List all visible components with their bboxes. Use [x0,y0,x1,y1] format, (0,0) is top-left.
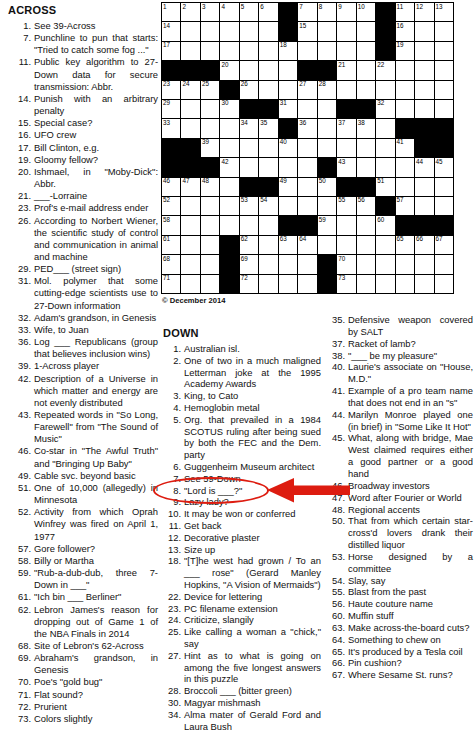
cell-r5c2[interactable]: 24 [181,81,199,99]
cell-r2c2[interactable] [181,22,199,40]
cell-r5c3[interactable]: 25 [201,81,219,99]
cell-r1c9[interactable]: 8 [318,3,336,21]
cell-r4c14[interactable] [415,61,433,79]
cell-number: 6 [260,3,264,10]
cell-r1c8[interactable]: 7 [298,3,316,21]
cell-r14c8[interactable] [298,255,316,273]
clue-number: 50. [326,515,348,527]
cell-r4c4[interactable]: 20 [220,61,238,79]
cell-number: 8 [319,3,323,10]
cell-r13c10[interactable] [337,236,355,254]
cell-number: 56 [358,196,365,203]
black-cell-r6c10 [337,100,355,118]
cell-r3c4[interactable] [220,42,238,60]
cell-r10c8[interactable] [298,178,316,196]
cell-r10c1[interactable]: 46 [162,178,180,196]
cell-r12c3[interactable] [201,216,219,234]
cell-r11c6[interactable]: 54 [259,197,277,215]
cell-r12c4[interactable] [220,216,238,234]
cell-r14c14[interactable] [415,255,433,273]
cell-r3c15[interactable] [435,42,453,60]
cell-r13c12[interactable] [376,236,394,254]
clue-text: Laurie's associate on "House, M.D." [348,361,473,385]
cell-r2c11[interactable] [357,22,375,40]
cell-r13c15[interactable]: 67 [435,236,453,254]
cell-r12c5[interactable] [240,216,258,234]
cell-r4c7[interactable] [279,61,297,79]
clue-number: 23. [157,603,184,615]
cell-r1c3[interactable]: 3 [201,3,219,21]
down-clue-65: 65.It's produced by a Tesla coil [326,646,473,658]
clue-number: 34. [157,709,184,721]
clue-text: Site of Lebron's 62-Across [34,640,158,652]
cell-number: 19 [397,41,404,48]
clue-text: Slay, say [348,575,473,587]
cell-number: 68 [163,255,170,262]
cell-r15c7[interactable] [279,275,297,293]
cell-r2c10[interactable] [337,22,355,40]
clue-text: PED___ (street sign) [34,263,158,275]
cell-r14c6[interactable] [259,255,277,273]
cell-r5c1[interactable]: 23 [162,81,180,99]
cell-r10c2[interactable]: 47 [181,178,199,196]
down-clue-12: 12.Decorative plaster [157,532,321,544]
clue-text: Marilyn Monroe played one (in brief) in … [348,409,473,433]
clue-number: 44. [326,409,348,421]
cell-r5c7[interactable] [279,81,297,99]
black-cell-r12c15 [435,216,453,234]
clue-number: 28. [157,685,184,697]
cell-r11c3[interactable] [201,197,219,215]
cell-r15c5[interactable]: 72 [240,275,258,293]
across-clue-42: 42.Description of a Universe in which ma… [4,373,158,409]
cell-r11c9[interactable] [318,197,336,215]
cell-r6c1[interactable]: 29 [162,100,180,118]
cell-number: 65 [397,235,404,242]
clue-text: One of 10,000 (allegedly) in Minnesota [34,482,158,506]
cell-r9c8[interactable] [298,158,316,176]
clue-number: 23. [4,202,34,214]
down-clue-5: 5.Org. that prevailed in a 1984 SCOTUS r… [157,414,321,461]
cell-r13c7[interactable]: 63 [279,236,297,254]
black-cell-r10c11 [357,178,375,196]
cell-r14c10[interactable]: 70 [337,255,355,273]
clue-text: Australian isl. [184,343,321,355]
cell-r2c6[interactable] [259,22,277,40]
cell-r4c6[interactable] [259,61,277,79]
cell-number: 11 [397,3,404,10]
cell-r3c2[interactable] [181,42,199,60]
across-clue-7: 7.Punchline to pun that starts: "Tried t… [4,32,158,56]
cell-number: 26 [241,80,248,87]
cell-r12c10[interactable] [337,216,355,234]
black-cell-r12c14 [415,216,433,234]
cell-r12c11[interactable] [357,216,375,234]
cell-r15c6[interactable] [259,275,277,293]
cell-r1c14[interactable]: 12 [415,3,433,21]
cell-r5c11[interactable] [357,81,375,99]
across-clue-32: 32.Adam's grandson, in Genesis [4,312,158,324]
cell-r11c11[interactable]: 56 [357,197,375,215]
cell-r9c5[interactable] [240,158,258,176]
clue-number: 5. [157,414,184,426]
cell-r7c12[interactable] [376,119,394,137]
clue-text: Billy or Martha [34,555,158,567]
cell-r8c8[interactable] [298,139,316,157]
cell-r9c11[interactable] [357,158,375,176]
cell-number: 52 [163,196,170,203]
cell-r1c13[interactable]: 11 [396,3,414,21]
clue-text: 1-Across player [34,360,158,372]
cell-r9c10[interactable]: 43 [337,158,355,176]
clue-text: Adam's grandson, in Genesis [34,312,158,324]
cell-r3c6[interactable] [259,42,277,60]
cell-r5c15[interactable] [435,81,453,99]
clue-text: Gore follower? [34,543,158,555]
cell-r15c13[interactable] [396,275,414,293]
cell-r3c13[interactable]: 19 [396,42,414,60]
cell-r5c13[interactable] [396,81,414,99]
clue-text: Flat sound? [34,689,158,701]
cell-r11c5[interactable]: 53 [240,197,258,215]
cell-r15c15[interactable] [435,275,453,293]
cell-r2c8[interactable]: 15 [298,22,316,40]
cell-r2c5[interactable] [240,22,258,40]
cell-r6c12[interactable]: 32 [376,100,394,118]
cell-number: 44 [416,158,423,165]
down-clue-27: 27.Hint as to what is going on among the… [157,650,321,685]
cell-r10c14[interactable] [415,178,433,196]
cell-r10c3[interactable]: 48 [201,178,219,196]
cell-r14c3[interactable] [201,255,219,273]
cell-r8c10[interactable] [337,139,355,157]
down-clue-24: 24.Criticize, slangily [157,614,321,626]
cell-r8c13[interactable]: 41 [396,139,414,157]
cell-number: 47 [182,177,189,184]
clue-number: 46. [326,480,348,492]
cell-r6c7[interactable]: 31 [279,100,297,118]
cell-r6c4[interactable]: 30 [220,100,238,118]
cell-number: 49 [280,177,287,184]
cell-r10c4[interactable] [220,178,238,196]
cell-r12c6[interactable] [259,216,277,234]
cell-r9c12[interactable] [376,158,394,176]
cell-r12c2[interactable] [181,216,199,234]
cell-r4c5[interactable] [240,61,258,79]
cell-r8c5[interactable] [240,139,258,157]
cell-r13c3[interactable] [201,236,219,254]
down-clues-column-2: 35.Defensive weapon covered by SALT37.Ra… [326,314,473,681]
cell-r11c7[interactable] [279,197,297,215]
crossword-grid[interactable]: 1234567891011121314151617181920212223242… [161,2,454,294]
clue-text: Like calling a woman a "chick," say [184,626,321,650]
cell-r9c14[interactable]: 44 [415,158,433,176]
cell-number: 61 [163,235,170,242]
cell-r9c7[interactable] [279,158,297,176]
cell-r2c14[interactable] [415,22,433,40]
cell-r12c12[interactable]: 60 [376,216,394,234]
down-clue-1: 1.Australian isl. [157,343,321,355]
cell-r6c2[interactable] [181,100,199,118]
cell-r5c12[interactable] [376,81,394,99]
clue-text: UFO crew [34,129,158,141]
down-clue-2: 2.One of two in a much maligned Letterma… [157,355,321,390]
cell-r14c1[interactable]: 68 [162,255,180,273]
cell-r5c5[interactable]: 26 [240,81,258,99]
black-cell-r6c6 [259,100,277,118]
across-clue-59: 59."Rub-a-dub-dub, three 7-Down in ___" [4,567,158,591]
cell-r5c6[interactable] [259,81,277,99]
cell-r7c1[interactable]: 33 [162,119,180,137]
across-clue-71: 71.Flat sound? [4,689,158,701]
cell-r3c1[interactable]: 17 [162,42,180,60]
cell-r5c10[interactable] [337,81,355,99]
cell-number: 72 [241,274,248,281]
cell-r10c9[interactable]: 50 [318,178,336,196]
cell-r7c11[interactable]: 38 [357,119,375,137]
clue-number: 7. [157,473,184,485]
cell-r9c6[interactable] [259,158,277,176]
down-clue-53: 53.Horse designed by a committee [326,551,473,575]
clue-number: 67. [326,669,348,681]
cell-r7c9[interactable] [318,119,336,137]
cell-r15c1[interactable]: 71 [162,275,180,293]
cell-number: 29 [163,99,170,106]
cell-number: 16 [397,22,404,29]
cell-r7c6[interactable]: 35 [259,119,277,137]
cell-number: 4 [221,3,225,10]
clue-text: According to Norbert Wiener, the scienti… [34,215,158,264]
clue-number: 22. [157,591,184,603]
cell-r3c10[interactable] [337,42,355,60]
cell-r12c1[interactable]: 58 [162,216,180,234]
clue-text: Guggenheim Museum architect [184,461,321,473]
cell-r4c10[interactable]: 21 [337,61,355,79]
down-clue-45: 45.What, along with bridge, Mae West cla… [326,432,473,479]
cell-r10c7[interactable]: 49 [279,178,297,196]
cell-r3c3[interactable] [201,42,219,60]
cell-r15c2[interactable] [181,275,199,293]
cell-number: 21 [338,61,345,68]
cell-r5c8[interactable]: 27 [298,81,316,99]
cell-number: 66 [416,235,423,242]
cell-r8c4[interactable] [220,139,238,157]
clue-text: Mol. polymer that some cutting-edge scie… [34,275,158,311]
cell-r7c2[interactable] [181,119,199,137]
down-header: DOWN [163,327,321,339]
cell-r9c13[interactable] [396,158,414,176]
cell-r6c8[interactable] [298,100,316,118]
cell-r14c7[interactable] [279,255,297,273]
cell-r5c9[interactable]: 28 [318,81,336,99]
cell-r2c15[interactable] [435,22,453,40]
cell-r6c15[interactable] [435,100,453,118]
clue-text: Regional accents [348,504,473,516]
cell-r6c14[interactable] [415,100,433,118]
cell-r13c1[interactable]: 61 [162,236,180,254]
across-clue-1: 1.See 39-Across [4,20,158,32]
cell-r13c2[interactable] [181,236,199,254]
cell-r8c7[interactable]: 40 [279,139,297,157]
cell-r10c12[interactable]: 51 [376,178,394,196]
cell-r3c8[interactable] [298,42,316,60]
cell-r3c5[interactable] [240,42,258,60]
cell-r3c14[interactable] [415,42,433,60]
down-clue-8: 8."Lord is ___?" [157,485,321,497]
cell-r8c3[interactable]: 39 [201,139,219,157]
clue-number: 9. [157,496,184,508]
down-clue-34: 34.Alma mater of Gerald Ford and Laura B… [157,709,321,733]
cell-r9c4[interactable]: 42 [220,158,238,176]
cell-r6c3[interactable] [201,100,219,118]
across-clue-21: 21.___-Lorraine [4,190,158,202]
cell-r8c11[interactable] [357,139,375,157]
cell-r15c14[interactable] [415,275,433,293]
clue-number: 19. [4,154,34,166]
cell-r7c10[interactable]: 37 [337,119,355,137]
cell-r2c9[interactable] [318,22,336,40]
cell-r5c14[interactable] [415,81,433,99]
clue-text: Activity from which Oprah Winfrey was fi… [34,506,158,542]
cell-r7c8[interactable]: 36 [298,119,316,137]
cell-r1c6[interactable]: 6 [259,3,277,21]
across-clue-73: 73.Colors slightly [4,713,158,725]
down-clue-50: 50.That from which certain star-cross'd … [326,515,473,551]
down-clue-67: 67.Where Sesame St. runs? [326,669,473,681]
cell-r8c6[interactable] [259,139,277,157]
cell-r14c12[interactable] [376,255,394,273]
cell-r11c1[interactable]: 52 [162,197,180,215]
cell-number: 3 [202,3,206,10]
cell-r13c14[interactable]: 66 [415,236,433,254]
clue-text: Prof's e-mail address ender [34,202,158,214]
clue-text: PC filename extension [184,603,321,615]
cell-r13c5[interactable]: 62 [240,236,258,254]
cell-r15c3[interactable] [201,275,219,293]
cell-r13c13[interactable]: 65 [396,236,414,254]
cell-r13c6[interactable] [259,236,277,254]
cell-r1c10[interactable]: 9 [337,3,355,21]
black-cell-r8c14 [415,139,433,157]
down-clue-66: 66.Pin cushion? [326,657,473,669]
cell-r14c5[interactable]: 69 [240,255,258,273]
black-cell-r3c12 [376,42,394,60]
clue-number: 63. [326,622,348,634]
cell-r1c15[interactable]: 13 [435,3,453,21]
clue-text: King, to Cato [184,390,321,402]
clue-text: Wife, to Juan [34,324,158,336]
cell-r9c15[interactable]: 45 [435,158,453,176]
cell-r1c1[interactable]: 1 [162,3,180,21]
cell-r11c15[interactable] [435,197,453,215]
clue-text: Special case? [34,117,158,129]
cell-r11c4[interactable] [220,197,238,215]
cell-r10c15[interactable] [435,178,453,196]
across-clue-43: 43.Repeated words in "So Long, Farewell"… [4,409,158,445]
cell-r14c15[interactable] [435,255,453,273]
cell-r2c4[interactable] [220,22,238,40]
black-cell-r11c12 [376,197,394,215]
cell-r15c12[interactable] [376,275,394,293]
across-clue-19: 19.Gloomy fellow? [4,154,158,166]
clue-number: 55. [326,586,348,598]
cell-number: 33 [163,119,170,126]
black-cell-r9c3 [201,158,219,176]
cell-r4c13[interactable] [396,61,414,79]
cell-r14c2[interactable] [181,255,199,273]
cell-number: 25 [202,80,209,87]
cell-r10c13[interactable] [396,178,414,196]
cell-number: 32 [377,99,384,106]
cell-r8c9[interactable] [318,139,336,157]
cell-r2c3[interactable] [201,22,219,40]
across-header: ACROSS [8,4,158,16]
clue-number: 1. [157,343,184,355]
cell-r6c13[interactable] [396,100,414,118]
cell-r4c11[interactable] [357,61,375,79]
cell-r15c10[interactable]: 73 [337,275,355,293]
cell-r1c11[interactable]: 10 [357,3,375,21]
black-cell-r1c7 [279,3,297,21]
cell-r11c8[interactable] [298,197,316,215]
cell-r15c11[interactable] [357,275,375,293]
clue-text: Bill Clinton, e.g. [34,142,158,154]
cell-r2c13[interactable]: 16 [396,22,414,40]
across-clue-23: 23.Prof's e-mail address ender [4,202,158,214]
cell-r11c13[interactable]: 57 [396,197,414,215]
clue-text: Colors slightly [34,713,158,725]
cell-r4c12[interactable]: 22 [376,61,394,79]
cell-r13c11[interactable] [357,236,375,254]
cell-r15c8[interactable] [298,275,316,293]
cell-r7c3[interactable] [201,119,219,137]
clue-text: That from which certain star-cross'd lov… [348,515,473,551]
black-cell-r6c11 [357,100,375,118]
cell-r7c5[interactable]: 34 [240,119,258,137]
across-clue-62: 62.Lebron James's reason for dropping ou… [4,604,158,640]
clue-number: 70. [4,676,34,688]
cell-number: 67 [436,235,443,242]
cell-r14c11[interactable] [357,255,375,273]
cell-r14c13[interactable] [396,255,414,273]
clue-text: "___ be my pleasure" [348,350,473,362]
black-cell-r8c15 [435,139,453,157]
black-cell-r12c13 [396,216,414,234]
cell-r4c15[interactable] [435,61,453,79]
cell-r1c2[interactable]: 2 [181,3,199,21]
cell-number: 57 [397,196,404,203]
across-clue-33: 33.Wife, to Juan [4,324,158,336]
cell-r3c9[interactable] [318,42,336,60]
cell-number: 42 [221,158,228,165]
cell-r3c11[interactable] [357,42,375,60]
cell-r11c2[interactable] [181,197,199,215]
cell-r8c12[interactable] [376,139,394,157]
cell-r2c1[interactable]: 14 [162,22,180,40]
cell-r1c5[interactable]: 5 [240,3,258,21]
cell-r1c4[interactable]: 4 [220,3,238,21]
cell-r12c9[interactable]: 59 [318,216,336,234]
cell-r11c10[interactable]: 55 [337,197,355,215]
cell-r11c14[interactable] [415,197,433,215]
clue-text: It's produced by a Tesla coil [348,646,473,658]
cell-r6c9[interactable] [318,100,336,118]
cell-r13c8[interactable]: 64 [298,236,316,254]
cell-r3c7[interactable]: 18 [279,42,297,60]
cell-number: 2 [182,3,186,10]
cell-r13c9[interactable] [318,236,336,254]
cell-r7c4[interactable] [220,119,238,137]
